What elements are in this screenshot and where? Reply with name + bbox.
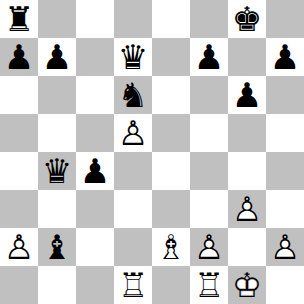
black-rook[interactable]: ♜ [0,0,38,38]
square-c5[interactable] [76,114,114,152]
black-king[interactable]: ♚ [228,0,266,38]
square-g6[interactable]: ♟ [228,76,266,114]
square-d4[interactable] [114,152,152,190]
black-queen-glyph: ♛ [114,38,152,76]
white-rook[interactable]: ♜♖ [114,266,152,304]
square-a7[interactable]: ♟ [0,38,38,76]
square-a6[interactable] [0,76,38,114]
black-pawn-glyph: ♟ [266,38,304,76]
black-pawn[interactable]: ♟ [266,38,304,76]
square-c3[interactable] [76,190,114,228]
square-g3[interactable]: ♟♙ [228,190,266,228]
square-f7[interactable]: ♟ [190,38,228,76]
square-b8[interactable] [38,0,76,38]
square-b4[interactable]: ♛ [38,152,76,190]
white-pawn-glyph: ♙ [228,190,266,228]
square-g2[interactable] [228,228,266,266]
square-e2[interactable]: ♝♗ [152,228,190,266]
black-pawn-glyph: ♟ [190,38,228,76]
square-g5[interactable] [228,114,266,152]
square-g1[interactable]: ♚♔ [228,266,266,304]
square-f6[interactable] [190,76,228,114]
black-pawn[interactable]: ♟ [0,38,38,76]
white-pawn-glyph: ♙ [266,228,304,266]
white-rook-glyph: ♖ [190,266,228,304]
black-queen-glyph: ♛ [38,152,76,190]
square-c7[interactable] [76,38,114,76]
square-d3[interactable] [114,190,152,228]
square-h5[interactable] [266,114,304,152]
black-bishop[interactable]: ♝ [38,228,76,266]
square-d2[interactable] [114,228,152,266]
square-e3[interactable] [152,190,190,228]
white-pawn[interactable]: ♟♙ [0,228,38,266]
black-bishop-glyph: ♝ [38,228,76,266]
square-f1[interactable]: ♜♖ [190,266,228,304]
white-pawn[interactable]: ♟♙ [266,228,304,266]
white-pawn-glyph: ♙ [114,114,152,152]
square-c4[interactable]: ♟ [76,152,114,190]
square-h1[interactable] [266,266,304,304]
square-h8[interactable] [266,0,304,38]
square-b5[interactable] [38,114,76,152]
black-pawn[interactable]: ♟ [190,38,228,76]
white-rook[interactable]: ♜♖ [190,266,228,304]
square-c8[interactable] [76,0,114,38]
square-e7[interactable] [152,38,190,76]
white-bishop[interactable]: ♝♗ [152,228,190,266]
black-pawn[interactable]: ♟ [228,76,266,114]
square-a8[interactable]: ♜ [0,0,38,38]
square-b3[interactable] [38,190,76,228]
square-e8[interactable] [152,0,190,38]
square-h2[interactable]: ♟♙ [266,228,304,266]
square-b2[interactable]: ♝ [38,228,76,266]
square-e6[interactable] [152,76,190,114]
square-f3[interactable] [190,190,228,228]
square-d6[interactable]: ♞ [114,76,152,114]
square-g4[interactable] [228,152,266,190]
square-b1[interactable] [38,266,76,304]
square-h6[interactable] [266,76,304,114]
white-pawn-glyph: ♙ [0,228,38,266]
square-a5[interactable] [0,114,38,152]
black-knight[interactable]: ♞ [114,76,152,114]
black-pawn-glyph: ♟ [0,38,38,76]
square-g7[interactable] [228,38,266,76]
black-pawn[interactable]: ♟ [38,38,76,76]
white-pawn[interactable]: ♟♙ [114,114,152,152]
square-a3[interactable] [0,190,38,228]
square-h7[interactable]: ♟ [266,38,304,76]
square-f8[interactable] [190,0,228,38]
black-knight-glyph: ♞ [114,76,152,114]
square-a1[interactable] [0,266,38,304]
black-pawn-glyph: ♟ [38,38,76,76]
black-pawn-glyph: ♟ [76,152,114,190]
white-rook-glyph: ♖ [114,266,152,304]
white-pawn-glyph: ♙ [190,228,228,266]
chess-board: ♜♚♟♟♛♟♟♞♟♟♙♛♟♟♙♟♙♝♝♗♟♙♟♙♜♖♜♖♚♔ [0,0,304,304]
black-king-glyph: ♚ [228,0,266,38]
square-h4[interactable] [266,152,304,190]
square-g8[interactable]: ♚ [228,0,266,38]
square-b6[interactable] [38,76,76,114]
white-bishop-glyph: ♗ [152,228,190,266]
black-queen[interactable]: ♛ [38,152,76,190]
square-f2[interactable]: ♟♙ [190,228,228,266]
white-king-glyph: ♔ [228,266,266,304]
square-c6[interactable] [76,76,114,114]
square-h3[interactable] [266,190,304,228]
white-pawn[interactable]: ♟♙ [190,228,228,266]
square-f4[interactable] [190,152,228,190]
black-queen[interactable]: ♛ [114,38,152,76]
square-e4[interactable] [152,152,190,190]
white-pawn[interactable]: ♟♙ [228,190,266,228]
square-d5[interactable]: ♟♙ [114,114,152,152]
black-rook-glyph: ♜ [0,0,38,38]
black-pawn-glyph: ♟ [228,76,266,114]
white-king[interactable]: ♚♔ [228,266,266,304]
square-d7[interactable]: ♛ [114,38,152,76]
square-d1[interactable]: ♜♖ [114,266,152,304]
square-a2[interactable]: ♟♙ [0,228,38,266]
square-b7[interactable]: ♟ [38,38,76,76]
black-pawn[interactable]: ♟ [76,152,114,190]
square-e5[interactable] [152,114,190,152]
square-c2[interactable] [76,228,114,266]
square-c1[interactable] [76,266,114,304]
square-e1[interactable] [152,266,190,304]
square-a4[interactable] [0,152,38,190]
square-d8[interactable] [114,0,152,38]
square-f5[interactable] [190,114,228,152]
